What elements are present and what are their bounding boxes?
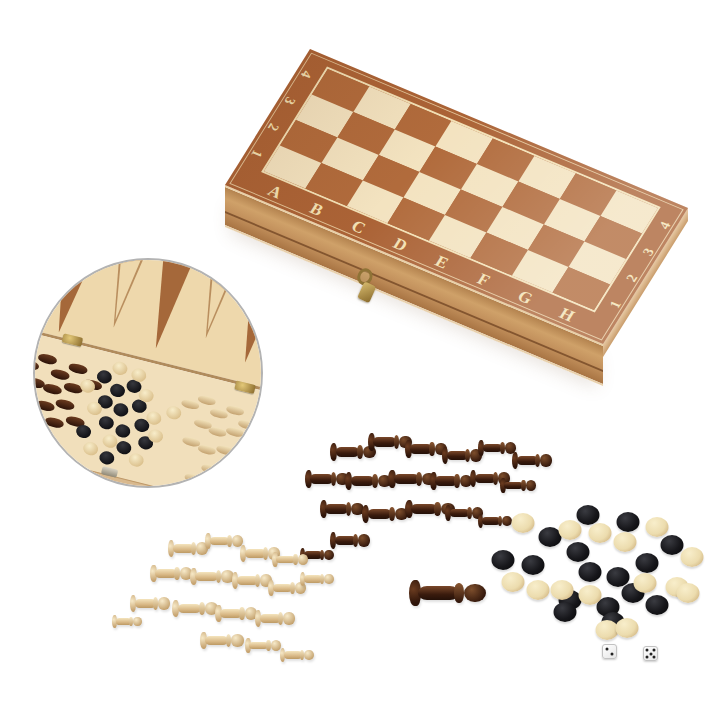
chess-piece-dark bbox=[320, 500, 364, 518]
die-pip bbox=[652, 655, 655, 658]
chess-piece-dark bbox=[500, 478, 536, 493]
mini-light-piece bbox=[259, 454, 263, 466]
inset-rotor bbox=[33, 258, 263, 488]
die-pip bbox=[611, 653, 614, 656]
file-label: H bbox=[552, 303, 581, 327]
checker-cream bbox=[634, 573, 657, 593]
backgammon-point bbox=[186, 258, 254, 343]
chess-piece-light bbox=[272, 552, 308, 567]
file-label: E bbox=[427, 250, 456, 274]
chess-piece-light bbox=[280, 648, 314, 662]
chess-piece-light bbox=[190, 568, 234, 585]
chess-piece-light bbox=[130, 595, 170, 612]
chess-piece-dark bbox=[430, 472, 472, 490]
checker-black bbox=[579, 562, 602, 582]
checker-cream bbox=[646, 517, 669, 537]
file-label: C bbox=[344, 215, 373, 239]
chess-piece-dark-king bbox=[409, 580, 487, 606]
mini-light-piece bbox=[184, 472, 203, 484]
checker-cream bbox=[616, 618, 639, 638]
die-pip bbox=[649, 652, 652, 655]
chess-piece-light bbox=[112, 615, 142, 628]
backgammon-inset bbox=[33, 258, 263, 488]
checker-cream bbox=[677, 583, 700, 603]
chess-piece-light bbox=[215, 605, 257, 622]
chess-piece-dark bbox=[405, 440, 447, 458]
chess-piece-light bbox=[255, 610, 295, 627]
checker-black bbox=[617, 512, 640, 532]
chess-piece-light bbox=[172, 600, 218, 617]
chess-piece-dark bbox=[478, 440, 516, 456]
mini-light-piece bbox=[217, 472, 236, 484]
checker-black bbox=[492, 550, 515, 570]
mini-dark-piece bbox=[33, 430, 37, 443]
backgammon-point-inner bbox=[191, 258, 251, 335]
file-label: B bbox=[302, 198, 331, 222]
chess-piece-dark bbox=[345, 472, 391, 490]
chess-piece-dark bbox=[362, 505, 408, 523]
file-label: A bbox=[260, 180, 289, 204]
mini-dark-piece bbox=[33, 394, 36, 407]
rank-label: 3 bbox=[278, 91, 301, 110]
checker-black bbox=[636, 553, 659, 573]
chess-piece-dark bbox=[305, 470, 349, 488]
chess-piece-dark bbox=[512, 452, 552, 469]
checker-cream bbox=[681, 547, 704, 567]
rank-label: 4 bbox=[294, 65, 317, 84]
rank-label: 2 bbox=[261, 117, 284, 136]
backgammon-point bbox=[223, 258, 263, 368]
checker-cream bbox=[512, 513, 535, 533]
checker-black bbox=[577, 505, 600, 525]
chess-piece-light bbox=[245, 638, 281, 653]
checker-black bbox=[522, 555, 545, 575]
chess-piece-dark bbox=[330, 532, 370, 549]
die bbox=[602, 644, 617, 659]
checker-cream bbox=[502, 572, 525, 592]
backgammon-point bbox=[133, 258, 212, 354]
die-pip bbox=[646, 655, 649, 658]
chess-piece-light bbox=[232, 572, 272, 589]
die-pip bbox=[646, 649, 649, 652]
mini-light-piece bbox=[232, 453, 251, 465]
checker-black bbox=[661, 535, 684, 555]
checker-cream bbox=[527, 580, 550, 600]
file-label: G bbox=[511, 286, 540, 310]
file-label: D bbox=[385, 233, 414, 257]
chess-piece-dark bbox=[442, 447, 482, 464]
checker-cream bbox=[614, 532, 637, 552]
mini-light-piece bbox=[201, 463, 220, 475]
chess-piece-light bbox=[300, 572, 334, 586]
product-photo-scene: ABCDEFGH 4321 4321 bbox=[0, 0, 720, 720]
clasp-plate bbox=[357, 281, 376, 303]
checker-cream bbox=[551, 580, 574, 600]
die-pip bbox=[652, 649, 655, 652]
backgammon-point-inner bbox=[97, 258, 163, 324]
chess-grid bbox=[261, 67, 661, 313]
checker-black bbox=[646, 595, 669, 615]
backgammon-point bbox=[92, 258, 167, 333]
checker-black bbox=[554, 602, 577, 622]
chess-piece-dark bbox=[388, 470, 436, 488]
die-pip bbox=[605, 647, 608, 650]
checker-black bbox=[567, 542, 590, 562]
rank-label: 1 bbox=[245, 144, 268, 163]
checker-cream bbox=[579, 585, 602, 605]
chess-piece-light bbox=[205, 533, 243, 549]
checker-cream bbox=[589, 523, 612, 543]
mini-light-piece bbox=[239, 486, 258, 488]
file-label: F bbox=[469, 268, 498, 292]
mini-light-piece bbox=[235, 470, 254, 482]
backgammon-point bbox=[33, 258, 122, 339]
die bbox=[643, 646, 658, 661]
mini-light-piece bbox=[259, 430, 263, 442]
chess-piece-light bbox=[168, 540, 208, 557]
chess-piece-dark bbox=[478, 514, 512, 528]
chess-piece-light bbox=[200, 632, 244, 649]
mini-light-piece bbox=[240, 436, 259, 448]
checker-cream bbox=[559, 520, 582, 540]
chess-piece-light bbox=[150, 565, 192, 582]
